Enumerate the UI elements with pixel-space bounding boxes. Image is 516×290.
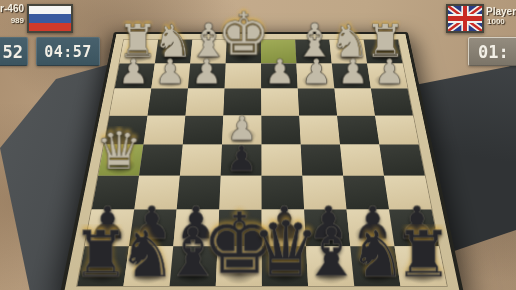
piece-bR-a8[interactable]: ♜ <box>395 224 452 285</box>
piece-wP-d2[interactable]: ♟ <box>264 56 295 89</box>
square-b8[interactable]: ♞ <box>350 246 400 286</box>
square-b5[interactable] <box>340 145 384 176</box>
piece-bQ-d8[interactable]: ♛ <box>251 212 320 285</box>
square-d5[interactable] <box>261 145 302 176</box>
square-d8[interactable]: ♛ <box>262 246 308 286</box>
square-a2[interactable]: ♟ <box>367 63 407 88</box>
piece-bN-g8[interactable]: ♞ <box>118 224 175 285</box>
russia-flag-icon <box>27 4 73 33</box>
piece-wP-f2[interactable]: ♟ <box>191 56 222 89</box>
app-window: ♜♞♝♚♝♞♜♟♟♟♟♟♟♟♟♛♟♟♟♟♟♟♟♟♜♞♝♚♛♝♞♜ r-460 9… <box>0 0 516 290</box>
square-e1[interactable]: ♚ <box>226 40 261 64</box>
piece-wK-e1[interactable]: ♚ <box>217 6 270 62</box>
square-h2[interactable]: ♟ <box>115 63 155 88</box>
right-player-rating: 1000 <box>487 17 505 26</box>
square-e2[interactable] <box>225 63 262 88</box>
square-d2[interactable]: ♟ <box>261 63 298 88</box>
square-g4[interactable] <box>143 116 185 145</box>
square-a5[interactable] <box>379 145 425 176</box>
square-a4[interactable] <box>375 116 419 145</box>
right-main-clock-value: 01: <box>478 42 509 62</box>
square-g2[interactable]: ♟ <box>151 63 190 88</box>
square-f4[interactable] <box>183 116 224 145</box>
square-c5[interactable] <box>301 145 343 176</box>
square-e5[interactable]: ♟ <box>221 145 262 176</box>
square-h3[interactable] <box>110 89 152 116</box>
square-b2[interactable]: ♟ <box>332 63 371 88</box>
square-f2[interactable]: ♟ <box>188 63 226 88</box>
square-c3[interactable] <box>298 89 337 116</box>
square-c2[interactable]: ♟ <box>296 63 334 88</box>
piece-wQ-h5[interactable]: ♛ <box>95 126 142 175</box>
left-main-clock-value: 04:57 <box>44 43 92 61</box>
left-player-rating: 989 <box>0 16 24 25</box>
left-player-name: r-460 <box>0 3 24 14</box>
piece-wP-h2[interactable]: ♟ <box>118 56 149 89</box>
square-b3[interactable] <box>334 89 375 116</box>
square-a8[interactable]: ♜ <box>395 246 447 286</box>
square-h5[interactable]: ♛ <box>98 145 143 176</box>
piece-wP-a2[interactable]: ♟ <box>374 56 405 89</box>
square-d3[interactable] <box>261 89 299 116</box>
left-move-timer-value: 52 <box>3 42 23 62</box>
square-g5[interactable] <box>139 145 183 176</box>
right-main-clock: 01: <box>468 37 516 66</box>
square-g8[interactable]: ♞ <box>123 246 173 286</box>
square-a3[interactable] <box>371 89 413 116</box>
square-b4[interactable] <box>337 116 379 145</box>
left-move-timer: 52 <box>0 37 28 66</box>
board-frame: ♜♞♝♚♝♞♜♟♟♟♟♟♟♟♟♛♟♟♟♟♟♟♟♟♜♞♝♚♛♝♞♜ <box>58 32 466 290</box>
piece-wP-g2[interactable]: ♟ <box>154 56 185 89</box>
uk-flag-icon <box>446 4 484 33</box>
piece-wP-c2[interactable]: ♟ <box>301 56 332 89</box>
chess-board[interactable]: ♜♞♝♚♝♞♜♟♟♟♟♟♟♟♟♛♟♟♟♟♟♟♟♟♜♞♝♚♛♝♞♜ <box>76 39 448 286</box>
square-g3[interactable] <box>147 89 187 116</box>
square-d4[interactable] <box>261 116 300 145</box>
left-player-panel: r-460 989 <box>0 3 24 25</box>
right-player-name: Player <box>486 6 516 17</box>
square-f5[interactable] <box>180 145 222 176</box>
piece-bP-e5[interactable]: ♟ <box>226 142 257 175</box>
square-f3[interactable] <box>185 89 224 116</box>
left-main-clock: 04:57 <box>36 37 100 66</box>
square-c4[interactable] <box>299 116 340 145</box>
piece-wP-b2[interactable]: ♟ <box>337 56 368 89</box>
